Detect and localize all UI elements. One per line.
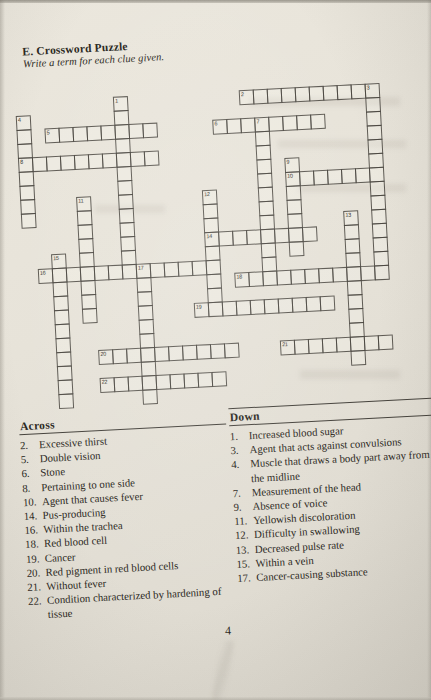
clue-number: 14 bbox=[206, 233, 212, 239]
grid-cell[interactable] bbox=[302, 226, 318, 242]
clue-item-number: 19. bbox=[26, 551, 46, 566]
page-number: 4 bbox=[218, 623, 239, 639]
clue-item-number: 8. bbox=[22, 480, 42, 495]
clue-item-number: 9. bbox=[233, 499, 253, 514]
grid-cell[interactable] bbox=[289, 241, 305, 257]
grid-cell[interactable] bbox=[310, 114, 326, 130]
clue-number: 3 bbox=[367, 84, 370, 90]
grid-cell[interactable] bbox=[224, 343, 240, 359]
clue-number: 13 bbox=[345, 212, 351, 218]
clue-item-number: 11. bbox=[234, 513, 254, 528]
clue-number: 20 bbox=[100, 351, 106, 357]
clue-number: 5 bbox=[46, 129, 49, 135]
clue-number: 17 bbox=[138, 265, 144, 271]
clue-item-number: 20. bbox=[26, 565, 46, 580]
clue-item-number: 4. bbox=[231, 457, 251, 486]
down-clue-list: 1.Increased blood sugar3.Agent that acts… bbox=[229, 418, 431, 585]
grid-cell[interactable] bbox=[58, 393, 74, 409]
crossword-grid: 12345678910111213141516171819202122 bbox=[15, 83, 397, 412]
clue-number: 1 bbox=[115, 98, 118, 104]
clue-number: 22 bbox=[102, 379, 108, 385]
clue-number: 15 bbox=[53, 255, 59, 261]
clue-item-number: 16. bbox=[24, 522, 44, 537]
clue-item-number: 6. bbox=[21, 466, 41, 481]
across-clue-list: 2.Excessive thirst5.Double vision6.Stone… bbox=[20, 427, 239, 622]
clue-number: 12 bbox=[204, 191, 210, 197]
clue-number: 16 bbox=[40, 270, 46, 276]
clue-number: 11 bbox=[78, 198, 83, 204]
grid-cell[interactable] bbox=[374, 265, 390, 281]
clue-item-number: 21. bbox=[27, 579, 47, 594]
clue-number: 10 bbox=[287, 173, 293, 179]
clue-item-number: 7. bbox=[232, 485, 252, 500]
clue-item-number: 14. bbox=[23, 508, 43, 523]
clue-item-number: 22. bbox=[28, 593, 48, 622]
grid-cell[interactable] bbox=[378, 335, 394, 351]
clue-item-number: 2. bbox=[20, 437, 40, 452]
clue-number: 8 bbox=[20, 159, 23, 165]
grid-cell[interactable] bbox=[82, 308, 98, 324]
clue-item-number: 10. bbox=[23, 494, 43, 509]
clue-number: 7 bbox=[256, 118, 259, 124]
clue-number: 18 bbox=[236, 273, 242, 279]
grid-cell[interactable] bbox=[144, 151, 160, 167]
clue-item-number: 18. bbox=[25, 537, 45, 552]
grid-cell[interactable] bbox=[142, 123, 158, 139]
clue-number: 6 bbox=[214, 120, 217, 126]
across-clues-column: Across 2.Excessive thirst5.Double vision… bbox=[17, 408, 239, 622]
clue-number: 19 bbox=[196, 304, 202, 310]
grid-cell[interactable] bbox=[21, 213, 37, 229]
clue-item-number: 5. bbox=[20, 451, 40, 466]
clue-number: 4 bbox=[18, 117, 21, 123]
clue-item-number: 13. bbox=[235, 542, 255, 557]
grid-cell[interactable] bbox=[142, 389, 158, 405]
down-clues-column: Down 1.Increased blood sugar3.Agent that… bbox=[228, 397, 431, 612]
grid-cell[interactable] bbox=[350, 350, 366, 366]
clue-item-number: 3. bbox=[230, 442, 250, 457]
clue-section: Across 2.Excessive thirst5.Double vision… bbox=[17, 397, 431, 623]
clue-number: 21 bbox=[282, 341, 288, 347]
clue-number: 9 bbox=[286, 159, 289, 165]
grid-cell[interactable] bbox=[320, 296, 336, 312]
clue-item-number: 17. bbox=[237, 570, 257, 585]
grid-cell[interactable] bbox=[211, 371, 227, 387]
clue-item-number: 1. bbox=[229, 428, 249, 443]
crossword-worksheet: E. Crossword Puzzle Write a term for eac… bbox=[0, 0, 431, 700]
clue-number: 2 bbox=[241, 91, 244, 97]
exercise-header: E. Crossword Puzzle Write a term for eac… bbox=[22, 38, 164, 69]
clue-item-number: 15. bbox=[236, 556, 256, 571]
clue-item-number: 12. bbox=[235, 528, 255, 543]
